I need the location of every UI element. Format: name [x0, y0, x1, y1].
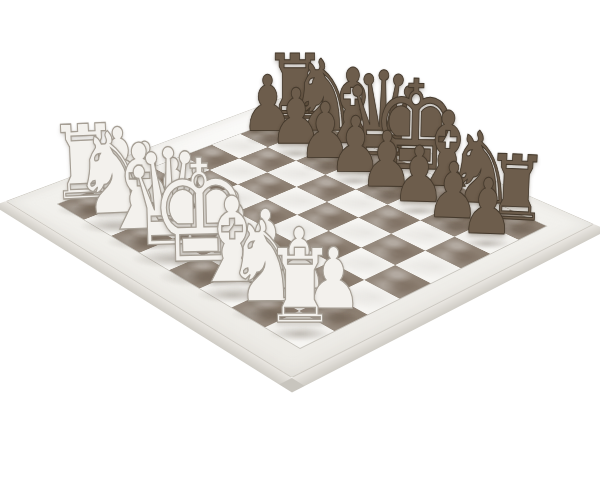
chess-set-product-photo: ♜♞♝♛♚♝♞♜♟♟♟♟♟♟♟♟♟♟♟♟♟♟♟♟♜♞♝♛♚♝♞♜ [0, 0, 600, 478]
piece-black-pawn-h7[interactable]: ♟ [460, 168, 517, 247]
piece-white-rook-h1[interactable]: ♜ [264, 236, 335, 338]
pieces-layer: ♜♞♝♛♚♝♞♜♟♟♟♟♟♟♟♟♟♟♟♟♟♟♟♟♜♞♝♛♚♝♞♜ [0, 0, 600, 478]
